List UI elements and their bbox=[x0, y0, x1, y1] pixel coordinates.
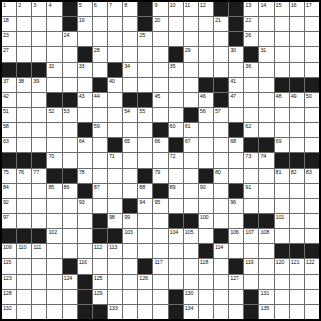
white-cell[interactable] bbox=[47, 17, 61, 31]
white-cell[interactable]: 11 bbox=[184, 2, 198, 16]
white-cell[interactable] bbox=[32, 47, 46, 61]
white-cell[interactable] bbox=[184, 259, 198, 273]
white-cell[interactable]: 131 bbox=[259, 290, 273, 304]
white-cell[interactable]: 133 bbox=[108, 305, 122, 319]
white-cell[interactable]: 39 bbox=[32, 78, 46, 92]
white-cell[interactable] bbox=[32, 290, 46, 304]
white-cell[interactable]: 19 bbox=[78, 17, 92, 31]
white-cell[interactable] bbox=[93, 63, 107, 77]
white-cell[interactable]: 64 bbox=[78, 138, 92, 152]
white-cell[interactable]: 66 bbox=[153, 138, 167, 152]
white-cell[interactable] bbox=[290, 17, 304, 31]
white-cell[interactable]: 4 bbox=[47, 2, 61, 16]
white-cell[interactable] bbox=[259, 108, 273, 122]
white-cell[interactable]: 36 bbox=[244, 63, 258, 77]
white-cell[interactable] bbox=[17, 93, 31, 107]
white-cell[interactable] bbox=[63, 63, 77, 77]
white-cell[interactable] bbox=[78, 153, 92, 167]
white-cell[interactable] bbox=[63, 199, 77, 213]
white-cell[interactable] bbox=[184, 32, 198, 46]
white-cell[interactable] bbox=[153, 32, 167, 46]
white-cell[interactable] bbox=[199, 290, 213, 304]
white-cell[interactable] bbox=[199, 153, 213, 167]
white-cell[interactable] bbox=[123, 244, 137, 258]
white-cell[interactable] bbox=[184, 17, 198, 31]
white-cell[interactable] bbox=[214, 305, 228, 319]
white-cell[interactable] bbox=[275, 305, 289, 319]
white-cell[interactable] bbox=[153, 63, 167, 77]
white-cell[interactable] bbox=[214, 153, 228, 167]
white-cell[interactable]: 109 bbox=[2, 244, 16, 258]
white-cell[interactable] bbox=[108, 108, 122, 122]
white-cell[interactable]: 97 bbox=[2, 214, 16, 228]
white-cell[interactable]: 43 bbox=[78, 93, 92, 107]
white-cell[interactable]: 42 bbox=[2, 93, 16, 107]
white-cell[interactable] bbox=[259, 17, 273, 31]
white-cell[interactable]: 82 bbox=[290, 169, 304, 183]
white-cell[interactable]: 47 bbox=[229, 93, 243, 107]
white-cell[interactable] bbox=[305, 17, 319, 31]
white-cell[interactable]: 5 bbox=[78, 2, 92, 16]
white-cell[interactable] bbox=[290, 184, 304, 198]
white-cell[interactable] bbox=[108, 32, 122, 46]
white-cell[interactable] bbox=[78, 108, 92, 122]
white-cell[interactable]: 21 bbox=[214, 17, 228, 31]
white-cell[interactable] bbox=[123, 17, 137, 31]
white-cell[interactable]: 22 bbox=[244, 17, 258, 31]
white-cell[interactable] bbox=[275, 184, 289, 198]
white-cell[interactable] bbox=[290, 47, 304, 61]
white-cell[interactable] bbox=[63, 78, 77, 92]
white-cell[interactable] bbox=[32, 184, 46, 198]
white-cell[interactable]: 73 bbox=[244, 153, 258, 167]
white-cell[interactable]: 94 bbox=[138, 199, 152, 213]
white-cell[interactable] bbox=[305, 305, 319, 319]
white-cell[interactable] bbox=[199, 123, 213, 137]
white-cell[interactable] bbox=[108, 199, 122, 213]
white-cell[interactable] bbox=[123, 153, 137, 167]
white-cell[interactable] bbox=[78, 78, 92, 92]
white-cell[interactable]: 41 bbox=[229, 78, 243, 92]
white-cell[interactable] bbox=[305, 184, 319, 198]
white-cell[interactable] bbox=[244, 275, 258, 289]
white-cell[interactable]: 88 bbox=[138, 184, 152, 198]
white-cell[interactable] bbox=[153, 229, 167, 243]
white-cell[interactable] bbox=[229, 153, 243, 167]
white-cell[interactable] bbox=[199, 47, 213, 61]
white-cell[interactable]: 51 bbox=[2, 108, 16, 122]
white-cell[interactable] bbox=[214, 275, 228, 289]
white-cell[interactable]: 28 bbox=[93, 47, 107, 61]
white-cell[interactable]: 134 bbox=[184, 305, 198, 319]
white-cell[interactable]: 23 bbox=[2, 32, 16, 46]
white-cell[interactable] bbox=[169, 169, 183, 183]
white-cell[interactable]: 17 bbox=[305, 2, 319, 16]
white-cell[interactable] bbox=[17, 290, 31, 304]
white-cell[interactable] bbox=[169, 108, 183, 122]
white-cell[interactable]: 99 bbox=[123, 214, 137, 228]
white-cell[interactable] bbox=[305, 290, 319, 304]
white-cell[interactable] bbox=[259, 169, 273, 183]
white-cell[interactable]: 18 bbox=[2, 17, 16, 31]
white-cell[interactable] bbox=[108, 275, 122, 289]
white-cell[interactable]: 84 bbox=[2, 184, 16, 198]
white-cell[interactable] bbox=[184, 275, 198, 289]
white-cell[interactable] bbox=[153, 244, 167, 258]
white-cell[interactable]: 128 bbox=[2, 290, 16, 304]
white-cell[interactable] bbox=[138, 214, 152, 228]
white-cell[interactable] bbox=[275, 17, 289, 31]
white-cell[interactable] bbox=[17, 138, 31, 152]
white-cell[interactable] bbox=[153, 78, 167, 92]
white-cell[interactable] bbox=[123, 78, 137, 92]
white-cell[interactable] bbox=[93, 199, 107, 213]
white-cell[interactable] bbox=[184, 78, 198, 92]
white-cell[interactable] bbox=[214, 32, 228, 46]
white-cell[interactable] bbox=[32, 199, 46, 213]
white-cell[interactable] bbox=[244, 93, 258, 107]
white-cell[interactable] bbox=[47, 259, 61, 273]
white-cell[interactable] bbox=[184, 199, 198, 213]
white-cell[interactable]: 120 bbox=[275, 259, 289, 273]
white-cell[interactable]: 79 bbox=[153, 169, 167, 183]
white-cell[interactable] bbox=[63, 138, 77, 152]
white-cell[interactable] bbox=[17, 32, 31, 46]
white-cell[interactable]: 117 bbox=[153, 259, 167, 273]
white-cell[interactable]: 27 bbox=[2, 47, 16, 61]
white-cell[interactable] bbox=[138, 153, 152, 167]
white-cell[interactable]: 78 bbox=[78, 169, 92, 183]
white-cell[interactable]: 96 bbox=[229, 199, 243, 213]
white-cell[interactable]: 115 bbox=[2, 259, 16, 273]
white-cell[interactable] bbox=[32, 108, 46, 122]
white-cell[interactable] bbox=[244, 78, 258, 92]
white-cell[interactable] bbox=[199, 305, 213, 319]
white-cell[interactable]: 3 bbox=[32, 2, 46, 16]
white-cell[interactable]: 45 bbox=[153, 93, 167, 107]
white-cell[interactable] bbox=[47, 290, 61, 304]
white-cell[interactable] bbox=[214, 184, 228, 198]
white-cell[interactable]: 13 bbox=[244, 2, 258, 16]
white-cell[interactable] bbox=[199, 32, 213, 46]
white-cell[interactable]: 70 bbox=[47, 153, 61, 167]
white-cell[interactable] bbox=[32, 138, 46, 152]
white-cell[interactable] bbox=[259, 275, 273, 289]
white-cell[interactable] bbox=[138, 229, 152, 243]
white-cell[interactable]: 65 bbox=[123, 138, 137, 152]
white-cell[interactable] bbox=[184, 63, 198, 77]
white-cell[interactable] bbox=[138, 290, 152, 304]
white-cell[interactable] bbox=[290, 138, 304, 152]
white-cell[interactable]: 98 bbox=[108, 214, 122, 228]
white-cell[interactable] bbox=[93, 108, 107, 122]
white-cell[interactable] bbox=[229, 305, 243, 319]
white-cell[interactable] bbox=[153, 305, 167, 319]
white-cell[interactable]: 12 bbox=[199, 2, 213, 16]
white-cell[interactable]: 106 bbox=[229, 229, 243, 243]
white-cell[interactable] bbox=[229, 214, 243, 228]
white-cell[interactable]: 119 bbox=[244, 259, 258, 273]
white-cell[interactable]: 111 bbox=[32, 244, 46, 258]
white-cell[interactable] bbox=[275, 290, 289, 304]
white-cell[interactable] bbox=[305, 47, 319, 61]
white-cell[interactable] bbox=[47, 78, 61, 92]
white-cell[interactable] bbox=[290, 32, 304, 46]
white-cell[interactable] bbox=[259, 93, 273, 107]
white-cell[interactable] bbox=[17, 305, 31, 319]
white-cell[interactable] bbox=[123, 275, 137, 289]
white-cell[interactable]: 24 bbox=[63, 32, 77, 46]
white-cell[interactable] bbox=[63, 47, 77, 61]
white-cell[interactable] bbox=[275, 108, 289, 122]
white-cell[interactable]: 108 bbox=[259, 229, 273, 243]
white-cell[interactable]: 72 bbox=[169, 153, 183, 167]
white-cell[interactable] bbox=[47, 123, 61, 137]
white-cell[interactable] bbox=[259, 63, 273, 77]
white-cell[interactable]: 44 bbox=[93, 93, 107, 107]
white-cell[interactable]: 40 bbox=[108, 78, 122, 92]
white-cell[interactable]: 71 bbox=[108, 153, 122, 167]
white-cell[interactable] bbox=[214, 123, 228, 137]
white-cell[interactable] bbox=[259, 184, 273, 198]
white-cell[interactable] bbox=[244, 108, 258, 122]
white-cell[interactable]: 116 bbox=[78, 259, 92, 273]
white-cell[interactable]: 123 bbox=[2, 275, 16, 289]
white-cell[interactable] bbox=[305, 123, 319, 137]
white-cell[interactable] bbox=[108, 47, 122, 61]
white-cell[interactable]: 62 bbox=[244, 123, 258, 137]
white-cell[interactable]: 113 bbox=[108, 244, 122, 258]
white-cell[interactable]: 67 bbox=[184, 138, 198, 152]
white-cell[interactable]: 26 bbox=[244, 32, 258, 46]
white-cell[interactable]: 31 bbox=[259, 47, 273, 61]
white-cell[interactable] bbox=[17, 199, 31, 213]
white-cell[interactable] bbox=[305, 32, 319, 46]
white-cell[interactable]: 33 bbox=[78, 63, 92, 77]
white-cell[interactable] bbox=[305, 63, 319, 77]
white-cell[interactable]: 57 bbox=[214, 108, 228, 122]
white-cell[interactable]: 105 bbox=[184, 229, 198, 243]
white-cell[interactable] bbox=[184, 153, 198, 167]
white-cell[interactable] bbox=[214, 63, 228, 77]
white-cell[interactable] bbox=[123, 169, 137, 183]
white-cell[interactable] bbox=[305, 229, 319, 243]
white-cell[interactable]: 86 bbox=[63, 184, 77, 198]
white-cell[interactable] bbox=[199, 275, 213, 289]
white-cell[interactable] bbox=[214, 214, 228, 228]
white-cell[interactable] bbox=[108, 93, 122, 107]
white-cell[interactable] bbox=[47, 214, 61, 228]
white-cell[interactable]: 54 bbox=[123, 108, 137, 122]
white-cell[interactable] bbox=[17, 259, 31, 273]
white-cell[interactable]: 16 bbox=[290, 2, 304, 16]
white-cell[interactable] bbox=[199, 199, 213, 213]
white-cell[interactable]: 80 bbox=[214, 169, 228, 183]
white-cell[interactable]: 118 bbox=[199, 259, 213, 273]
white-cell[interactable]: 48 bbox=[275, 93, 289, 107]
white-cell[interactable]: 75 bbox=[2, 169, 16, 183]
white-cell[interactable] bbox=[47, 138, 61, 152]
white-cell[interactable] bbox=[153, 290, 167, 304]
white-cell[interactable] bbox=[229, 244, 243, 258]
white-cell[interactable] bbox=[244, 244, 258, 258]
white-cell[interactable] bbox=[290, 290, 304, 304]
white-cell[interactable]: 53 bbox=[63, 108, 77, 122]
white-cell[interactable] bbox=[123, 32, 137, 46]
white-cell[interactable]: 126 bbox=[138, 275, 152, 289]
white-cell[interactable] bbox=[229, 290, 243, 304]
white-cell[interactable] bbox=[32, 123, 46, 137]
white-cell[interactable] bbox=[275, 32, 289, 46]
white-cell[interactable] bbox=[169, 259, 183, 273]
white-cell[interactable]: 135 bbox=[259, 305, 273, 319]
white-cell[interactable] bbox=[259, 78, 273, 92]
white-cell[interactable] bbox=[199, 229, 213, 243]
white-cell[interactable] bbox=[78, 229, 92, 243]
white-cell[interactable] bbox=[123, 184, 137, 198]
white-cell[interactable] bbox=[138, 123, 152, 137]
white-cell[interactable] bbox=[244, 169, 258, 183]
white-cell[interactable] bbox=[290, 305, 304, 319]
white-cell[interactable] bbox=[290, 275, 304, 289]
white-cell[interactable] bbox=[169, 244, 183, 258]
white-cell[interactable]: 32 bbox=[47, 63, 61, 77]
white-cell[interactable]: 107 bbox=[244, 229, 258, 243]
white-cell[interactable]: 37 bbox=[2, 78, 16, 92]
white-cell[interactable] bbox=[47, 275, 61, 289]
white-cell[interactable]: 85 bbox=[47, 184, 61, 198]
white-cell[interactable]: 14 bbox=[259, 2, 273, 16]
white-cell[interactable] bbox=[184, 93, 198, 107]
white-cell[interactable] bbox=[78, 244, 92, 258]
white-cell[interactable] bbox=[108, 290, 122, 304]
white-cell[interactable] bbox=[108, 17, 122, 31]
white-cell[interactable] bbox=[123, 123, 137, 137]
white-cell[interactable] bbox=[214, 47, 228, 61]
white-cell[interactable]: 122 bbox=[305, 259, 319, 273]
white-cell[interactable]: 103 bbox=[123, 229, 137, 243]
white-cell[interactable]: 20 bbox=[153, 17, 167, 31]
white-cell[interactable]: 83 bbox=[305, 169, 319, 183]
white-cell[interactable] bbox=[305, 275, 319, 289]
white-cell[interactable] bbox=[259, 32, 273, 46]
white-cell[interactable] bbox=[259, 244, 273, 258]
white-cell[interactable]: 92 bbox=[2, 199, 16, 213]
white-cell[interactable] bbox=[153, 108, 167, 122]
white-cell[interactable]: 100 bbox=[199, 214, 213, 228]
white-cell[interactable] bbox=[275, 275, 289, 289]
white-cell[interactable]: 132 bbox=[2, 305, 16, 319]
white-cell[interactable] bbox=[275, 47, 289, 61]
white-cell[interactable]: 10 bbox=[169, 2, 183, 16]
white-cell[interactable]: 35 bbox=[169, 63, 183, 77]
white-cell[interactable] bbox=[32, 93, 46, 107]
white-cell[interactable]: 91 bbox=[244, 184, 258, 198]
white-cell[interactable] bbox=[290, 63, 304, 77]
white-cell[interactable] bbox=[17, 214, 31, 228]
white-cell[interactable] bbox=[169, 199, 183, 213]
white-cell[interactable]: 56 bbox=[199, 108, 213, 122]
white-cell[interactable]: 124 bbox=[63, 275, 77, 289]
white-cell[interactable]: 121 bbox=[290, 259, 304, 273]
white-cell[interactable] bbox=[259, 123, 273, 137]
white-cell[interactable] bbox=[229, 169, 243, 183]
white-cell[interactable] bbox=[169, 78, 183, 92]
white-cell[interactable] bbox=[169, 93, 183, 107]
white-cell[interactable] bbox=[290, 229, 304, 243]
white-cell[interactable] bbox=[93, 153, 107, 167]
white-cell[interactable] bbox=[305, 108, 319, 122]
white-cell[interactable] bbox=[63, 153, 77, 167]
white-cell[interactable]: 125 bbox=[93, 275, 107, 289]
white-cell[interactable] bbox=[63, 123, 77, 137]
white-cell[interactable]: 52 bbox=[47, 108, 61, 122]
white-cell[interactable]: 68 bbox=[229, 138, 243, 152]
white-cell[interactable] bbox=[229, 63, 243, 77]
white-cell[interactable] bbox=[108, 169, 122, 183]
white-cell[interactable] bbox=[138, 138, 152, 152]
white-cell[interactable] bbox=[214, 259, 228, 273]
white-cell[interactable]: 29 bbox=[184, 47, 198, 61]
white-cell[interactable] bbox=[199, 138, 213, 152]
white-cell[interactable] bbox=[259, 259, 273, 273]
white-cell[interactable]: 101 bbox=[275, 214, 289, 228]
white-cell[interactable]: 104 bbox=[169, 229, 183, 243]
white-cell[interactable]: 6 bbox=[93, 2, 107, 16]
white-cell[interactable] bbox=[275, 199, 289, 213]
white-cell[interactable] bbox=[153, 275, 167, 289]
white-cell[interactable]: 15 bbox=[275, 2, 289, 16]
white-cell[interactable] bbox=[17, 184, 31, 198]
white-cell[interactable] bbox=[108, 123, 122, 137]
white-cell[interactable] bbox=[305, 138, 319, 152]
white-cell[interactable] bbox=[138, 47, 152, 61]
white-cell[interactable] bbox=[17, 47, 31, 61]
white-cell[interactable] bbox=[63, 229, 77, 243]
white-cell[interactable] bbox=[63, 244, 77, 258]
white-cell[interactable] bbox=[17, 108, 31, 122]
white-cell[interactable]: 114 bbox=[214, 244, 228, 258]
white-cell[interactable] bbox=[17, 17, 31, 31]
white-cell[interactable] bbox=[275, 63, 289, 77]
white-cell[interactable]: 34 bbox=[123, 63, 137, 77]
white-cell[interactable]: 30 bbox=[229, 47, 243, 61]
white-cell[interactable] bbox=[123, 290, 137, 304]
white-cell[interactable] bbox=[184, 244, 198, 258]
white-cell[interactable]: 63 bbox=[2, 138, 16, 152]
white-cell[interactable] bbox=[199, 63, 213, 77]
white-cell[interactable] bbox=[32, 259, 46, 273]
white-cell[interactable]: 110 bbox=[17, 244, 31, 258]
white-cell[interactable]: 90 bbox=[199, 184, 213, 198]
white-cell[interactable] bbox=[47, 32, 61, 46]
white-cell[interactable]: 77 bbox=[32, 169, 46, 183]
white-cell[interactable] bbox=[153, 153, 167, 167]
white-cell[interactable] bbox=[93, 32, 107, 46]
white-cell[interactable] bbox=[47, 244, 61, 258]
white-cell[interactable] bbox=[63, 305, 77, 319]
white-cell[interactable]: 130 bbox=[184, 290, 198, 304]
white-cell[interactable]: 69 bbox=[275, 138, 289, 152]
white-cell[interactable] bbox=[184, 184, 198, 198]
white-cell[interactable] bbox=[123, 47, 137, 61]
white-cell[interactable] bbox=[63, 214, 77, 228]
white-cell[interactable] bbox=[259, 199, 273, 213]
white-cell[interactable] bbox=[78, 214, 92, 228]
white-cell[interactable] bbox=[169, 275, 183, 289]
white-cell[interactable] bbox=[199, 17, 213, 31]
white-cell[interactable] bbox=[169, 32, 183, 46]
